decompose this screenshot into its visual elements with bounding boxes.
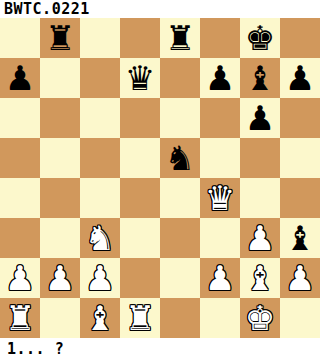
white-knight-c3: ♞ [85, 218, 115, 258]
square-a6[interactable] [0, 98, 40, 138]
square-b5[interactable] [40, 138, 80, 178]
white-rook-a1: ♜ [5, 298, 35, 338]
square-f2[interactable]: ♟ [200, 258, 240, 298]
square-f6[interactable] [200, 98, 240, 138]
square-g8[interactable]: ♚ [240, 18, 280, 58]
square-g7[interactable]: ♝ [240, 58, 280, 98]
square-c7[interactable] [80, 58, 120, 98]
black-pawn-a7: ♟ [5, 58, 35, 98]
square-c2[interactable]: ♟ [80, 258, 120, 298]
black-knight-e5: ♞ [165, 138, 195, 178]
white-pawn-g3: ♟ [245, 218, 275, 258]
white-pawn-f2: ♟ [205, 258, 235, 298]
black-king-g8: ♚ [245, 18, 275, 58]
square-e3[interactable] [160, 218, 200, 258]
square-g5[interactable] [240, 138, 280, 178]
white-pawn-b2: ♟ [45, 258, 75, 298]
square-a2[interactable]: ♟ [0, 258, 40, 298]
square-d5[interactable] [120, 138, 160, 178]
square-h5[interactable] [280, 138, 320, 178]
black-rook-e8: ♜ [165, 18, 195, 58]
square-e5[interactable]: ♞ [160, 138, 200, 178]
square-e4[interactable] [160, 178, 200, 218]
square-b4[interactable] [40, 178, 80, 218]
square-g6[interactable]: ♟ [240, 98, 280, 138]
square-g3[interactable]: ♟ [240, 218, 280, 258]
white-rook-d1: ♜ [125, 298, 155, 338]
square-b6[interactable] [40, 98, 80, 138]
square-b3[interactable] [40, 218, 80, 258]
square-f5[interactable] [200, 138, 240, 178]
chess-diagram-page: BWTC.0221 ♜♜♚♟♛♟♝♟♟♞♛♞♟♝♟♟♟♟♝♟♜♝♜♚ 1... … [0, 0, 320, 360]
black-bishop-g7: ♝ [245, 58, 275, 98]
square-e8[interactable]: ♜ [160, 18, 200, 58]
square-g4[interactable] [240, 178, 280, 218]
square-d6[interactable] [120, 98, 160, 138]
square-h4[interactable] [280, 178, 320, 218]
square-b2[interactable]: ♟ [40, 258, 80, 298]
square-d3[interactable] [120, 218, 160, 258]
square-b1[interactable] [40, 298, 80, 338]
square-a3[interactable] [0, 218, 40, 258]
square-d8[interactable] [120, 18, 160, 58]
white-pawn-h2: ♟ [285, 258, 315, 298]
white-pawn-c2: ♟ [85, 258, 115, 298]
square-g1[interactable]: ♚ [240, 298, 280, 338]
square-b7[interactable] [40, 58, 80, 98]
square-a7[interactable]: ♟ [0, 58, 40, 98]
square-f8[interactable] [200, 18, 240, 58]
square-c6[interactable] [80, 98, 120, 138]
square-c5[interactable] [80, 138, 120, 178]
black-queen-d7: ♛ [125, 58, 155, 98]
chess-board: ♜♜♚♟♛♟♝♟♟♞♛♞♟♝♟♟♟♟♝♟♜♝♜♚ [0, 18, 320, 338]
square-f4[interactable]: ♛ [200, 178, 240, 218]
white-king-g1: ♚ [245, 298, 275, 338]
square-h3[interactable]: ♝ [280, 218, 320, 258]
white-queen-f4: ♛ [205, 178, 235, 218]
square-a5[interactable] [0, 138, 40, 178]
square-c3[interactable]: ♞ [80, 218, 120, 258]
square-d1[interactable]: ♜ [120, 298, 160, 338]
diagram-title: BWTC.0221 [0, 0, 320, 18]
square-e2[interactable] [160, 258, 200, 298]
square-h8[interactable] [280, 18, 320, 58]
square-h6[interactable] [280, 98, 320, 138]
white-pawn-a2: ♟ [5, 258, 35, 298]
square-d2[interactable] [120, 258, 160, 298]
square-c1[interactable]: ♝ [80, 298, 120, 338]
white-bishop-c1: ♝ [85, 298, 115, 338]
square-e1[interactable] [160, 298, 200, 338]
white-bishop-g2: ♝ [245, 258, 275, 298]
square-e7[interactable] [160, 58, 200, 98]
black-pawn-f7: ♟ [205, 58, 235, 98]
black-bishop-h3: ♝ [285, 218, 315, 258]
square-e6[interactable] [160, 98, 200, 138]
square-g2[interactable]: ♝ [240, 258, 280, 298]
black-pawn-h7: ♟ [285, 58, 315, 98]
square-c8[interactable] [80, 18, 120, 58]
square-f1[interactable] [200, 298, 240, 338]
square-h2[interactable]: ♟ [280, 258, 320, 298]
square-h7[interactable]: ♟ [280, 58, 320, 98]
square-f3[interactable] [200, 218, 240, 258]
move-prompt: 1... ? [0, 338, 320, 360]
square-a4[interactable] [0, 178, 40, 218]
square-b8[interactable]: ♜ [40, 18, 80, 58]
black-rook-b8: ♜ [45, 18, 75, 58]
square-a8[interactable] [0, 18, 40, 58]
black-pawn-g6: ♟ [245, 98, 275, 138]
square-d4[interactable] [120, 178, 160, 218]
square-c4[interactable] [80, 178, 120, 218]
square-d7[interactable]: ♛ [120, 58, 160, 98]
square-h1[interactable] [280, 298, 320, 338]
square-f7[interactable]: ♟ [200, 58, 240, 98]
square-a1[interactable]: ♜ [0, 298, 40, 338]
